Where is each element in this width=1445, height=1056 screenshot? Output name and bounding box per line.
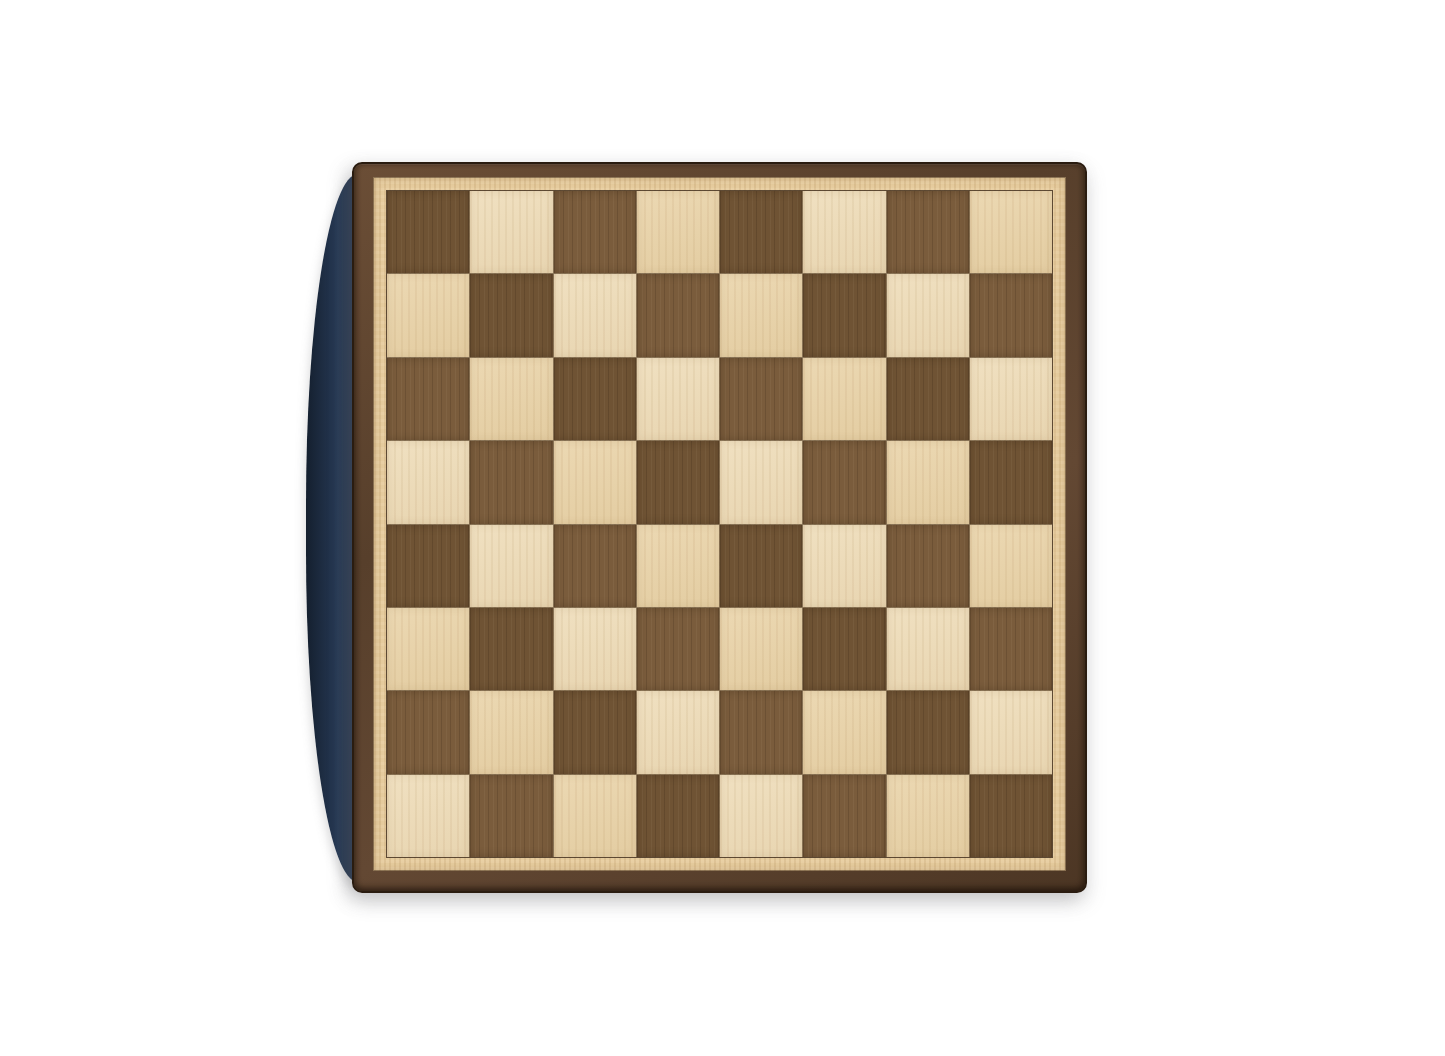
- square-f4: [803, 525, 885, 607]
- square-d1: [637, 775, 719, 857]
- square-h6: [970, 358, 1052, 440]
- square-b5: [470, 441, 552, 523]
- square-c8: [554, 191, 636, 273]
- square-g8: [887, 191, 969, 273]
- square-c2: [554, 691, 636, 773]
- square-c6: [554, 358, 636, 440]
- square-g6: [887, 358, 969, 440]
- square-g5: [887, 441, 969, 523]
- square-a7: [387, 274, 469, 356]
- square-g1: [887, 775, 969, 857]
- square-b3: [470, 608, 552, 690]
- square-h1: [970, 775, 1052, 857]
- square-h8: [970, 191, 1052, 273]
- square-e8: [720, 191, 802, 273]
- square-d4: [637, 525, 719, 607]
- square-d2: [637, 691, 719, 773]
- square-h4: [970, 525, 1052, 607]
- square-f1: [803, 775, 885, 857]
- square-a5: [387, 441, 469, 523]
- square-f5: [803, 441, 885, 523]
- square-e3: [720, 608, 802, 690]
- square-b8: [470, 191, 552, 273]
- square-b7: [470, 274, 552, 356]
- square-d5: [637, 441, 719, 523]
- square-f3: [803, 608, 885, 690]
- square-d8: [637, 191, 719, 273]
- square-g2: [887, 691, 969, 773]
- square-d7: [637, 274, 719, 356]
- square-e6: [720, 358, 802, 440]
- square-g4: [887, 525, 969, 607]
- square-c1: [554, 775, 636, 857]
- square-h2: [970, 691, 1052, 773]
- square-a1: [387, 775, 469, 857]
- photo-background: [0, 0, 1445, 1056]
- square-b4: [470, 525, 552, 607]
- square-a2: [387, 691, 469, 773]
- square-g3: [887, 608, 969, 690]
- square-f7: [803, 274, 885, 356]
- square-h5: [970, 441, 1052, 523]
- square-g7: [887, 274, 969, 356]
- square-e4: [720, 525, 802, 607]
- square-a4: [387, 525, 469, 607]
- square-b6: [470, 358, 552, 440]
- square-f8: [803, 191, 885, 273]
- square-f6: [803, 358, 885, 440]
- square-a8: [387, 191, 469, 273]
- square-e1: [720, 775, 802, 857]
- square-h3: [970, 608, 1052, 690]
- square-e5: [720, 441, 802, 523]
- square-a3: [387, 608, 469, 690]
- chess-board: [352, 162, 1087, 893]
- squares-grid: [386, 190, 1053, 858]
- square-h7: [970, 274, 1052, 356]
- square-e2: [720, 691, 802, 773]
- square-d6: [637, 358, 719, 440]
- square-c4: [554, 525, 636, 607]
- square-a6: [387, 358, 469, 440]
- square-c7: [554, 274, 636, 356]
- square-c3: [554, 608, 636, 690]
- square-c5: [554, 441, 636, 523]
- square-e7: [720, 274, 802, 356]
- square-d3: [637, 608, 719, 690]
- square-f2: [803, 691, 885, 773]
- maple-border: [373, 177, 1066, 871]
- square-b1: [470, 775, 552, 857]
- square-b2: [470, 691, 552, 773]
